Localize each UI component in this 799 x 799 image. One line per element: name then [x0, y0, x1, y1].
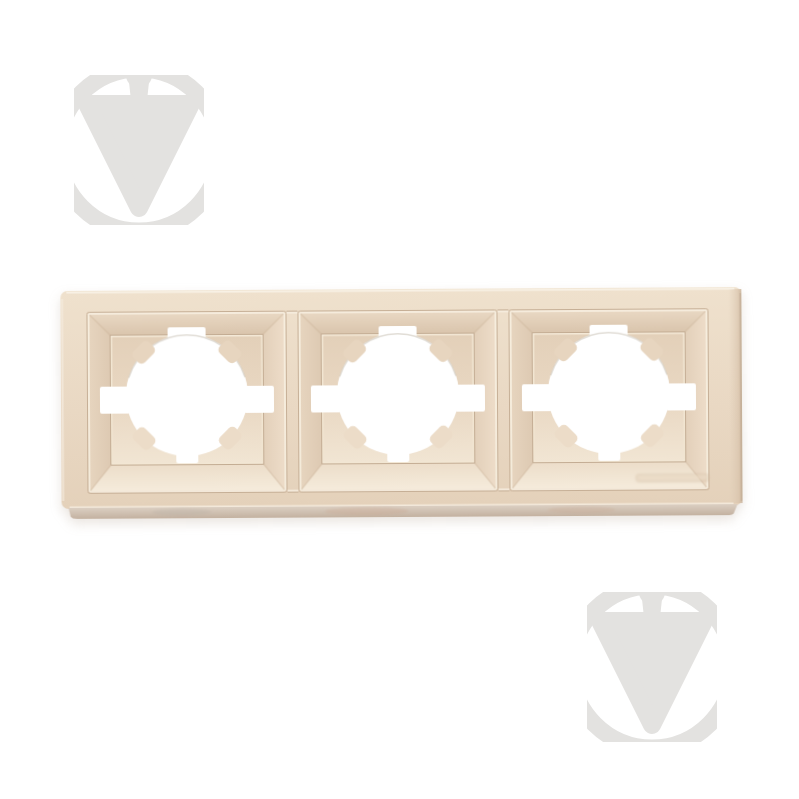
embossed-brand-mark-highlight — [637, 475, 707, 480]
watermark-trowel-in-circle-icon-top-left — [74, 75, 204, 225]
socket-frame-image — [60, 287, 744, 521]
gang-window-1 — [87, 311, 287, 493]
gang-window-2 — [298, 310, 498, 492]
product-photo-canvas — [0, 0, 799, 799]
socket-frame — [60, 287, 744, 521]
watermark-trowel-in-circle-icon-bottom-right — [587, 592, 717, 742]
gang-window-3 — [509, 309, 709, 491]
